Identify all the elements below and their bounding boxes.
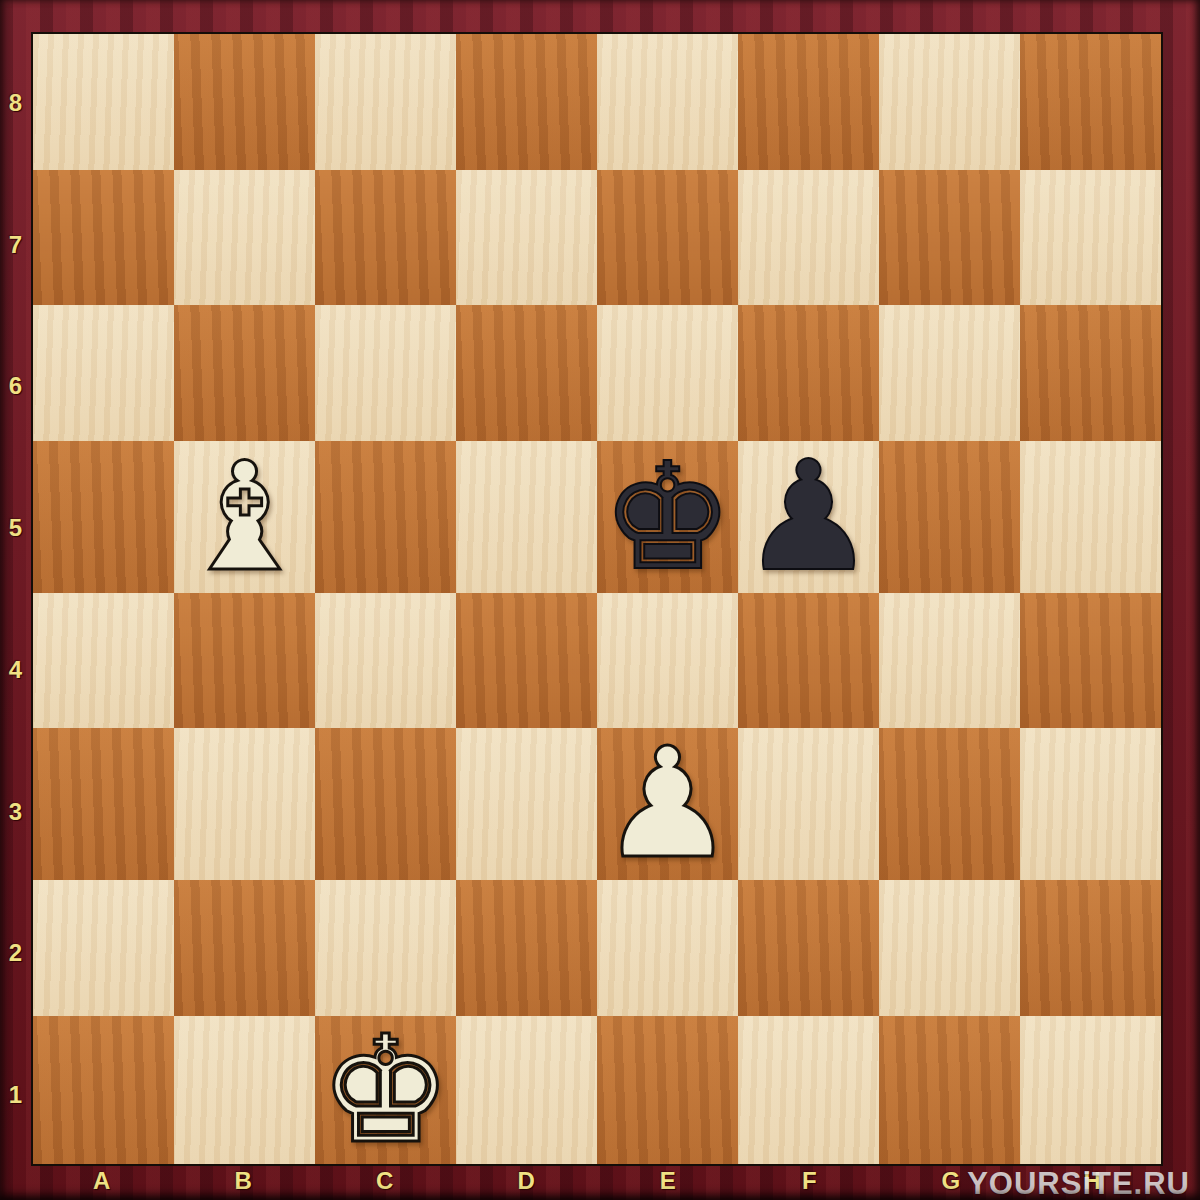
square-f8[interactable] xyxy=(738,34,879,170)
square-g6[interactable] xyxy=(879,305,1020,441)
square-c5[interactable] xyxy=(315,441,456,593)
square-a3[interactable] xyxy=(33,728,174,880)
square-a7[interactable] xyxy=(33,170,174,306)
file-labels: ABCDEFGH xyxy=(31,1164,1163,1198)
square-d5[interactable] xyxy=(456,441,597,593)
rank-label-4: 4 xyxy=(0,599,31,741)
square-b2[interactable] xyxy=(174,880,315,1016)
white-pawn-e3[interactable]: ♟ xyxy=(599,728,735,880)
file-label-g: G xyxy=(880,1164,1022,1198)
square-h5[interactable] xyxy=(1020,441,1161,593)
square-c6[interactable] xyxy=(315,305,456,441)
file-label-f: F xyxy=(739,1164,881,1198)
square-b8[interactable] xyxy=(174,34,315,170)
square-f7[interactable] xyxy=(738,170,879,306)
square-b5[interactable]: ♝ xyxy=(174,441,315,593)
square-g8[interactable] xyxy=(879,34,1020,170)
rank-label-3: 3 xyxy=(0,741,31,883)
square-f2[interactable] xyxy=(738,880,879,1016)
square-g2[interactable] xyxy=(879,880,1020,1016)
square-g3[interactable] xyxy=(879,728,1020,880)
square-c7[interactable] xyxy=(315,170,456,306)
rank-label-7: 7 xyxy=(0,174,31,316)
file-label-h: H xyxy=(1022,1164,1164,1198)
square-a2[interactable] xyxy=(33,880,174,1016)
square-e4[interactable] xyxy=(597,593,738,729)
square-b4[interactable] xyxy=(174,593,315,729)
file-label-c: C xyxy=(314,1164,456,1198)
square-d4[interactable] xyxy=(456,593,597,729)
square-c4[interactable] xyxy=(315,593,456,729)
board: ♝♚♟♟♚ xyxy=(31,32,1163,1166)
square-b6[interactable] xyxy=(174,305,315,441)
square-e1[interactable] xyxy=(597,1016,738,1164)
square-b3[interactable] xyxy=(174,728,315,880)
file-label-d: D xyxy=(456,1164,598,1198)
square-c8[interactable] xyxy=(315,34,456,170)
square-e7[interactable] xyxy=(597,170,738,306)
square-h2[interactable] xyxy=(1020,880,1161,1016)
square-e8[interactable] xyxy=(597,34,738,170)
square-g4[interactable] xyxy=(879,593,1020,729)
square-d3[interactable] xyxy=(456,728,597,880)
square-h7[interactable] xyxy=(1020,170,1161,306)
square-h6[interactable] xyxy=(1020,305,1161,441)
white-bishop-b5[interactable]: ♝ xyxy=(177,442,311,592)
rank-label-2: 2 xyxy=(0,883,31,1025)
file-label-a: A xyxy=(31,1164,173,1198)
board-frame: ♝♚♟♟♚ 87654321 ABCDEFGH YOURSiTE.RU xyxy=(0,0,1200,1200)
rank-label-1: 1 xyxy=(0,1024,31,1166)
square-f5[interactable]: ♟ xyxy=(738,441,879,593)
square-e2[interactable] xyxy=(597,880,738,1016)
square-c1[interactable]: ♚ xyxy=(315,1016,456,1164)
rank-label-8: 8 xyxy=(0,32,31,174)
square-a1[interactable] xyxy=(33,1016,174,1164)
square-g7[interactable] xyxy=(879,170,1020,306)
square-h1[interactable] xyxy=(1020,1016,1161,1164)
file-label-b: B xyxy=(173,1164,315,1198)
square-a5[interactable] xyxy=(33,441,174,593)
square-h3[interactable] xyxy=(1020,728,1161,880)
square-f1[interactable] xyxy=(738,1016,879,1164)
square-c2[interactable] xyxy=(315,880,456,1016)
square-f6[interactable] xyxy=(738,305,879,441)
square-a8[interactable] xyxy=(33,34,174,170)
rank-label-6: 6 xyxy=(0,316,31,458)
black-pawn-f5[interactable]: ♟ xyxy=(740,441,876,593)
square-f4[interactable] xyxy=(738,593,879,729)
square-f3[interactable] xyxy=(738,728,879,880)
file-label-e: E xyxy=(597,1164,739,1198)
square-g5[interactable] xyxy=(879,441,1020,593)
rank-labels: 87654321 xyxy=(0,32,31,1166)
square-h4[interactable] xyxy=(1020,593,1161,729)
square-g1[interactable] xyxy=(879,1016,1020,1164)
square-d6[interactable] xyxy=(456,305,597,441)
square-e5[interactable]: ♚ xyxy=(597,441,738,593)
square-d8[interactable] xyxy=(456,34,597,170)
square-b1[interactable] xyxy=(174,1016,315,1164)
square-a6[interactable] xyxy=(33,305,174,441)
square-c3[interactable] xyxy=(315,728,456,880)
square-h8[interactable] xyxy=(1020,34,1161,170)
square-b7[interactable] xyxy=(174,170,315,306)
square-d2[interactable] xyxy=(456,880,597,1016)
square-d7[interactable] xyxy=(456,170,597,306)
square-e3[interactable]: ♟ xyxy=(597,728,738,880)
white-king-c1[interactable]: ♚ xyxy=(319,1016,452,1164)
square-a4[interactable] xyxy=(33,593,174,729)
rank-label-5: 5 xyxy=(0,457,31,599)
black-king-e5[interactable]: ♚ xyxy=(601,443,734,591)
square-d1[interactable] xyxy=(456,1016,597,1164)
square-e6[interactable] xyxy=(597,305,738,441)
